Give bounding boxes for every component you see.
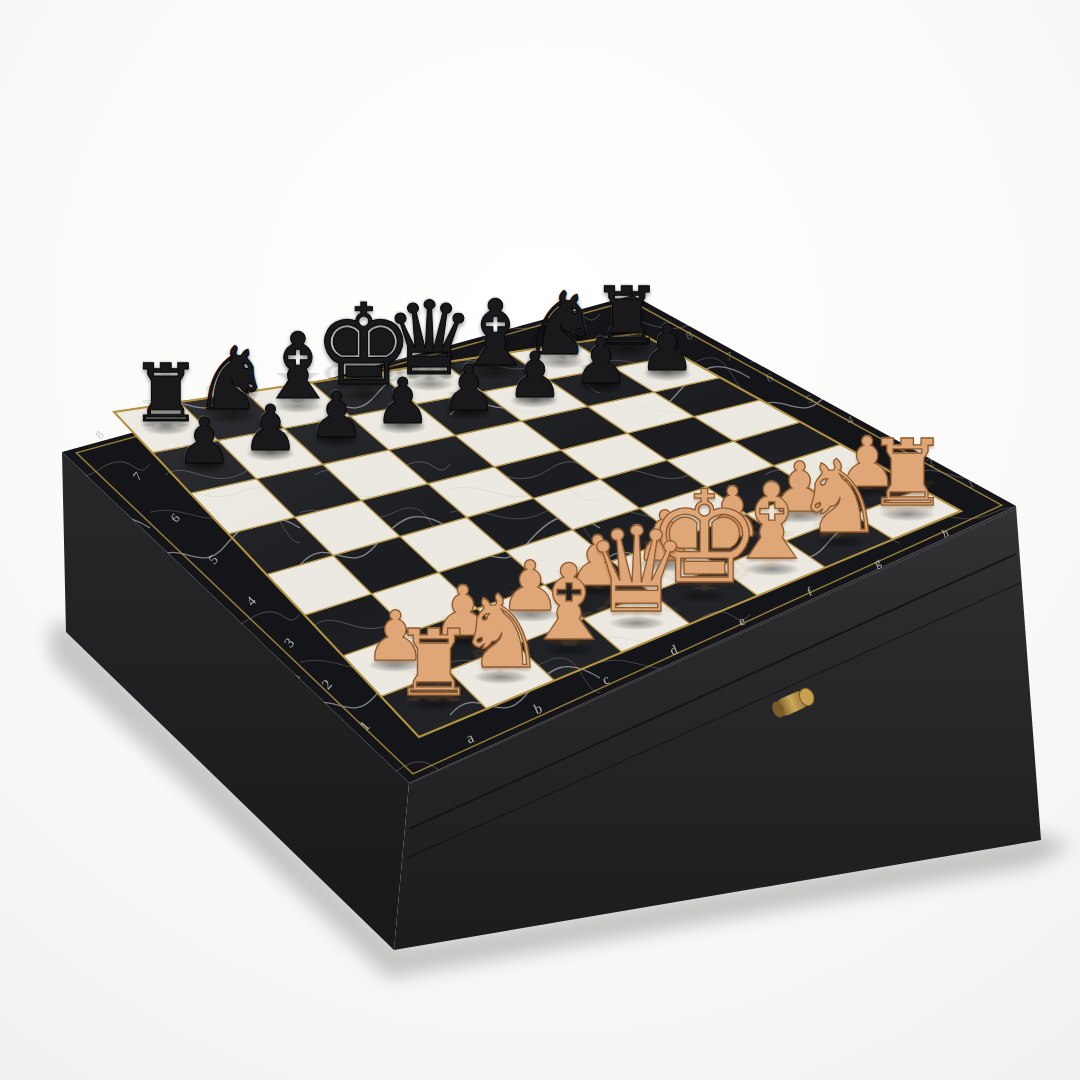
- chess-board: abcdefgh1234567812345678: [0, 0, 1080, 1080]
- rank-label-8: 8: [92, 428, 106, 442]
- chess-set-photo: abcdefgh1234567812345678 ♜♞♝♟♛♟♚♟♝♟♞♟♜♟♟…: [0, 0, 1080, 1080]
